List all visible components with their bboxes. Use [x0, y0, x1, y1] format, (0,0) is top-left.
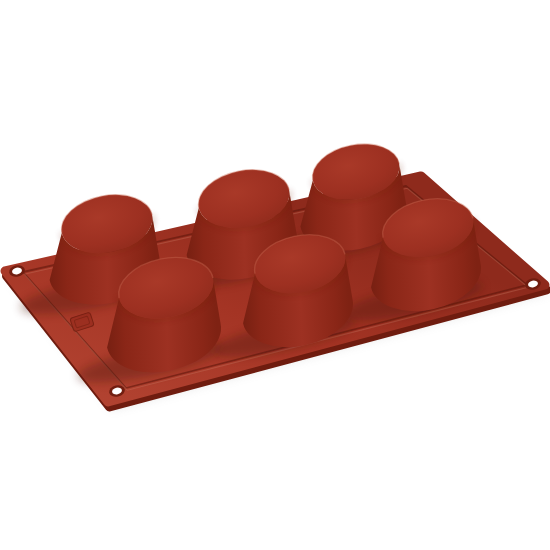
photo-stage: Terracotta red 6-cavity silicone muffin … — [0, 0, 550, 550]
product-photo-muffin-mould: Terracotta red 6-cavity silicone muffin … — [0, 0, 550, 550]
